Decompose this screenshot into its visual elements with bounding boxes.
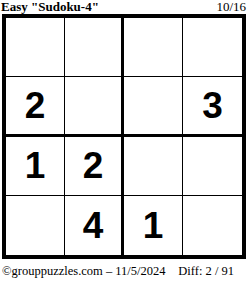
- puzzle-page: Easy "Sudoku-4" 10/16 231241 ©grouppuzzl…: [0, 0, 248, 282]
- header: Easy "Sudoku-4" 10/16: [0, 0, 248, 13]
- cell-r3c4-empty[interactable]: [183, 137, 242, 196]
- cell-r3c3-empty[interactable]: [124, 137, 183, 196]
- cell-r2c2-empty[interactable]: [65, 77, 124, 136]
- cell-r3c2-given: 2: [65, 137, 124, 196]
- copyright-text: ©grouppuzzles.com – 11/5/2024: [2, 264, 166, 278]
- cell-r2c4-given: 3: [183, 77, 242, 136]
- cell-r1c1-empty[interactable]: [6, 18, 65, 77]
- page-number: 10/16: [216, 0, 246, 13]
- cell-r2c3-empty[interactable]: [124, 77, 183, 136]
- cell-r2c1-given: 2: [6, 77, 65, 136]
- difficulty-text: Diff: 2 / 91: [178, 264, 234, 278]
- cell-r4c4-empty[interactable]: [183, 196, 242, 255]
- cell-r4c2-given: 4: [65, 196, 124, 255]
- cell-r4c1-empty[interactable]: [6, 196, 65, 255]
- cell-r1c3-empty[interactable]: [124, 18, 183, 77]
- cell-r1c4-empty[interactable]: [183, 18, 242, 77]
- sudoku-board: 231241: [2, 14, 246, 259]
- cell-r4c3-given: 1: [124, 196, 183, 255]
- cell-r1c2-empty[interactable]: [65, 18, 124, 77]
- footer: ©grouppuzzles.com – 11/5/2024 Diff: 2 / …: [0, 264, 248, 278]
- cell-r3c1-given: 1: [6, 137, 65, 196]
- puzzle-title: Easy "Sudoku-4": [1, 0, 99, 13]
